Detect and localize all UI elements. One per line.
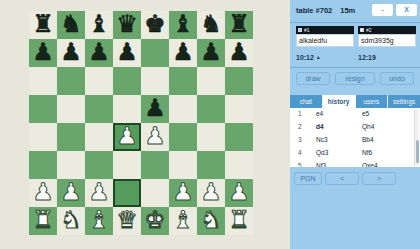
- undo-button[interactable]: undo: [380, 72, 414, 85]
- square-f8[interactable]: ♝: [169, 11, 197, 39]
- black-piece-r: ♜: [29, 11, 57, 39]
- seat-color-icon: [360, 28, 364, 32]
- tab-history[interactable]: history: [323, 95, 356, 108]
- player-clock: 10:12 ▲: [296, 54, 354, 61]
- white-piece-p: ♟: [197, 179, 225, 207]
- divider: [290, 22, 420, 23]
- black-piece-b: ♝: [169, 11, 197, 39]
- white-piece-r: ♜: [225, 207, 253, 235]
- white-piece-p: ♟: [169, 179, 197, 207]
- move-row-3: 3Nc3Bb4: [290, 134, 420, 147]
- black-move[interactable]: Bb4: [362, 136, 374, 143]
- square-b3[interactable]: [57, 151, 85, 179]
- white-move[interactable]: e4: [316, 110, 323, 117]
- white-piece-n: ♞: [57, 207, 85, 235]
- white-piece-b: ♝: [85, 207, 113, 235]
- seat-number-label: #1: [304, 26, 310, 34]
- close-button[interactable]: X: [396, 4, 417, 16]
- move-row-4: 4Qd3Nf6: [290, 147, 420, 160]
- square-d7[interactable]: ♟: [113, 39, 141, 67]
- black-move[interactable]: Qh4: [362, 123, 374, 130]
- black-piece-p: ♟: [113, 39, 141, 67]
- square-e7[interactable]: [141, 39, 169, 67]
- tab-chat[interactable]: chat: [290, 95, 323, 108]
- turn-indicator-icon: ▲: [316, 54, 321, 60]
- white-piece-r: ♜: [29, 207, 57, 235]
- black-piece-r: ♜: [225, 11, 253, 39]
- square-f5[interactable]: [169, 95, 197, 123]
- black-move[interactable]: Qxe4: [362, 162, 378, 167]
- square-f6[interactable]: [169, 67, 197, 95]
- move-number: 2: [298, 123, 302, 130]
- black-move[interactable]: e5: [362, 110, 369, 117]
- minimize-button[interactable]: -: [372, 4, 393, 16]
- square-c8[interactable]: ♝: [85, 11, 113, 39]
- square-c7[interactable]: ♟: [85, 39, 113, 67]
- square-c6[interactable]: [85, 67, 113, 95]
- square-h5[interactable]: [225, 95, 253, 123]
- square-c4[interactable]: [85, 123, 113, 151]
- square-d2[interactable]: [113, 179, 141, 207]
- square-d8[interactable]: ♛: [113, 11, 141, 39]
- white-piece-k: ♚: [141, 207, 169, 235]
- player-name: sdm3935g: [358, 34, 416, 47]
- resign-button[interactable]: resign: [335, 72, 375, 85]
- square-b1[interactable]: ♞: [57, 207, 85, 235]
- seat-color-icon: [298, 28, 302, 32]
- square-d3[interactable]: [113, 151, 141, 179]
- square-c1[interactable]: ♝: [85, 207, 113, 235]
- move-number: 1: [298, 110, 302, 117]
- square-g6[interactable]: [197, 67, 225, 95]
- player-clock: 12:19: [358, 54, 416, 61]
- square-g4[interactable]: [197, 123, 225, 151]
- black-piece-p: ♟: [197, 39, 225, 67]
- nav-pgn-button[interactable]: PGN: [294, 172, 322, 185]
- white-piece-p: ♟: [141, 123, 169, 151]
- scrollbar-track[interactable]: [414, 109, 419, 166]
- square-b7[interactable]: ♟: [57, 39, 85, 67]
- black-piece-k: ♚: [141, 11, 169, 39]
- divider: [290, 67, 420, 68]
- game-panel: table #702 15m - X #1alkaledfu#2sdm3935g…: [290, 0, 420, 249]
- white-piece-b: ♝: [169, 207, 197, 235]
- white-move[interactable]: d4: [316, 123, 324, 130]
- square-a3[interactable]: [29, 151, 57, 179]
- white-move[interactable]: Nc3: [316, 136, 328, 143]
- players-row: #1alkaledfu#2sdm3935g: [296, 26, 416, 47]
- square-e3[interactable]: [141, 151, 169, 179]
- white-piece-p: ♟: [57, 179, 85, 207]
- square-e2[interactable]: [141, 179, 169, 207]
- square-a4[interactable]: [29, 123, 57, 151]
- black-piece-p: ♟: [85, 39, 113, 67]
- black-piece-p: ♟: [141, 95, 169, 123]
- square-h7[interactable]: ♟: [225, 39, 253, 67]
- square-h1[interactable]: ♜: [225, 207, 253, 235]
- square-a7[interactable]: ♟: [29, 39, 57, 67]
- square-c3[interactable]: [85, 151, 113, 179]
- square-a8[interactable]: ♜: [29, 11, 57, 39]
- white-piece-p: ♟: [225, 179, 253, 207]
- square-g5[interactable]: [197, 95, 225, 123]
- player-seat-1: #1alkaledfu: [296, 26, 354, 47]
- seat-header: #2: [358, 26, 416, 34]
- black-piece-p: ♟: [57, 39, 85, 67]
- square-f1[interactable]: ♝: [169, 207, 197, 235]
- white-piece-n: ♞: [197, 207, 225, 235]
- square-g1[interactable]: ♞: [197, 207, 225, 235]
- square-d1[interactable]: ♛: [113, 207, 141, 235]
- black-piece-n: ♞: [57, 11, 85, 39]
- app-window: ♜♞♝♛♚♝♞♜♟♟♟♟♟♟♟♟♟♟♟♟♟♟♟♟♜♞♝♛♚♝♞♜ table #…: [0, 0, 420, 249]
- square-b8[interactable]: ♞: [57, 11, 85, 39]
- nav--button[interactable]: >: [362, 172, 396, 185]
- white-move[interactable]: Qd3: [316, 149, 328, 156]
- move-row-1: 1e4e5: [290, 108, 420, 121]
- square-g3[interactable]: [197, 151, 225, 179]
- square-h2[interactable]: ♟: [225, 179, 253, 207]
- scrollbar-thumb[interactable]: [416, 140, 419, 163]
- draw-button[interactable]: draw: [296, 72, 330, 85]
- black-piece-p: ♟: [169, 39, 197, 67]
- white-piece-p: ♟: [85, 179, 113, 207]
- move-row-5: 5Nf3Qxe4: [290, 160, 420, 167]
- square-b2[interactable]: ♟: [57, 179, 85, 207]
- square-d5[interactable]: [113, 95, 141, 123]
- square-f2[interactable]: ♟: [169, 179, 197, 207]
- player-name: alkaledfu: [296, 34, 354, 47]
- square-h4[interactable]: [225, 123, 253, 151]
- square-g2[interactable]: ♟: [197, 179, 225, 207]
- white-piece-p: ♟: [113, 123, 141, 151]
- time-control-label: 15m: [340, 6, 369, 15]
- seat-header: #1: [296, 26, 354, 34]
- square-d4[interactable]: ♟: [113, 123, 141, 151]
- square-c2[interactable]: ♟: [85, 179, 113, 207]
- move-number: 4: [298, 149, 302, 156]
- black-piece-p: ♟: [225, 39, 253, 67]
- move-number: 3: [298, 136, 302, 143]
- square-d6[interactable]: [113, 67, 141, 95]
- square-e1[interactable]: ♚: [141, 207, 169, 235]
- square-e8[interactable]: ♚: [141, 11, 169, 39]
- square-e4[interactable]: ♟: [141, 123, 169, 151]
- square-f4[interactable]: [169, 123, 197, 151]
- square-b4[interactable]: [57, 123, 85, 151]
- panel-tabs: chathistoryuserssettings: [290, 95, 420, 108]
- white-piece-p: ♟: [29, 179, 57, 207]
- square-f7[interactable]: ♟: [169, 39, 197, 67]
- square-e6[interactable]: [141, 67, 169, 95]
- square-g7[interactable]: ♟: [197, 39, 225, 67]
- square-h6[interactable]: [225, 67, 253, 95]
- black-piece-b: ♝: [85, 11, 113, 39]
- tab-users[interactable]: users: [356, 95, 389, 108]
- square-b5[interactable]: [57, 95, 85, 123]
- square-h3[interactable]: [225, 151, 253, 179]
- action-buttons-row: drawresignundo: [296, 72, 414, 85]
- player-seat-2: #2sdm3935g: [358, 26, 416, 47]
- move-row-2: 2d4Qh4: [290, 121, 420, 134]
- clocks-row: 10:12 ▲12:19: [296, 54, 416, 61]
- square-a1[interactable]: ♜: [29, 207, 57, 235]
- tab-settings[interactable]: settings: [388, 95, 420, 108]
- move-list: 1e4e52d4Qh43Nc3Bb44Qd3Nf65Nf3Qxe4: [290, 108, 420, 167]
- table-title: table #702: [296, 6, 332, 15]
- history-nav-row: PGN<>: [294, 172, 396, 185]
- square-b6[interactable]: [57, 67, 85, 95]
- white-move[interactable]: Nf3: [316, 162, 326, 167]
- square-f3[interactable]: [169, 151, 197, 179]
- square-a2[interactable]: ♟: [29, 179, 57, 207]
- square-a5[interactable]: [29, 95, 57, 123]
- white-piece-q: ♛: [113, 207, 141, 235]
- panel-titlebar: table #702 15m - X: [296, 3, 417, 17]
- seat-number-label: #2: [366, 26, 372, 34]
- nav--button[interactable]: <: [325, 172, 359, 185]
- black-piece-n: ♞: [197, 11, 225, 39]
- black-piece-q: ♛: [113, 11, 141, 39]
- square-a6[interactable]: [29, 67, 57, 95]
- square-h8[interactable]: ♜: [225, 11, 253, 39]
- square-g8[interactable]: ♞: [197, 11, 225, 39]
- black-piece-p: ♟: [29, 39, 57, 67]
- move-number: 5: [298, 162, 302, 167]
- square-e5[interactable]: ♟: [141, 95, 169, 123]
- chess-board[interactable]: ♜♞♝♛♚♝♞♜♟♟♟♟♟♟♟♟♟♟♟♟♟♟♟♟♜♞♝♛♚♝♞♜: [29, 11, 253, 235]
- black-move[interactable]: Nf6: [362, 149, 372, 156]
- square-c5[interactable]: [85, 95, 113, 123]
